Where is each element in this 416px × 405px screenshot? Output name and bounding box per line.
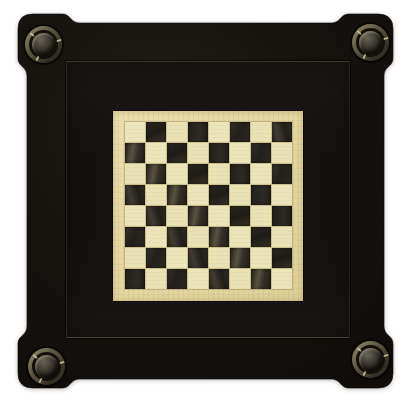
cup-dome xyxy=(359,31,382,54)
board-square[interactable] xyxy=(125,269,145,289)
board-square[interactable] xyxy=(188,122,208,142)
board-square[interactable] xyxy=(251,206,271,226)
board-square[interactable] xyxy=(209,185,229,205)
board-square[interactable] xyxy=(125,206,145,226)
board-square[interactable] xyxy=(167,143,187,163)
board-square[interactable] xyxy=(167,227,187,247)
board-square[interactable] xyxy=(230,122,250,142)
board-square[interactable] xyxy=(125,143,145,163)
board-square[interactable] xyxy=(272,164,292,184)
cup-holder-bottom-right xyxy=(352,341,389,378)
board-square[interactable] xyxy=(146,122,166,142)
board-square[interactable] xyxy=(188,143,208,163)
board-square[interactable] xyxy=(188,185,208,205)
board-square[interactable] xyxy=(167,185,187,205)
board-square[interactable] xyxy=(188,164,208,184)
cup-holder-top-right xyxy=(352,24,389,61)
board-square[interactable] xyxy=(125,248,145,268)
board-square[interactable] xyxy=(167,122,187,142)
chessboard-inlay xyxy=(113,111,303,301)
board-square[interactable] xyxy=(146,185,166,205)
board-square[interactable] xyxy=(272,143,292,163)
board-square[interactable] xyxy=(146,248,166,268)
board-square[interactable] xyxy=(188,206,208,226)
board-square[interactable] xyxy=(230,143,250,163)
cup-holder-top-left xyxy=(25,26,62,63)
board-square[interactable] xyxy=(251,164,271,184)
board-square[interactable] xyxy=(146,206,166,226)
board-square[interactable] xyxy=(230,206,250,226)
board-square[interactable] xyxy=(125,164,145,184)
board-square[interactable] xyxy=(188,269,208,289)
board-square[interactable] xyxy=(272,185,292,205)
board-square[interactable] xyxy=(209,269,229,289)
board-square[interactable] xyxy=(209,143,229,163)
board-square[interactable] xyxy=(125,185,145,205)
board-square[interactable] xyxy=(146,227,166,247)
board-square[interactable] xyxy=(209,248,229,268)
board-square[interactable] xyxy=(167,248,187,268)
board-square[interactable] xyxy=(188,227,208,247)
board-square[interactable] xyxy=(167,206,187,226)
cup-tick-mark xyxy=(383,354,388,357)
board-square[interactable] xyxy=(230,227,250,247)
board-square[interactable] xyxy=(230,185,250,205)
game-table-photo xyxy=(0,0,416,405)
board-square[interactable] xyxy=(209,164,229,184)
board-square[interactable] xyxy=(251,185,271,205)
board-square[interactable] xyxy=(209,206,229,226)
cup-dome xyxy=(35,355,58,378)
board-square[interactable] xyxy=(146,164,166,184)
board-square[interactable] xyxy=(251,269,271,289)
board-square[interactable] xyxy=(125,227,145,247)
board-square[interactable] xyxy=(272,269,292,289)
board-square[interactable] xyxy=(230,248,250,268)
board-square[interactable] xyxy=(146,143,166,163)
cup-dome xyxy=(32,33,55,56)
board-square[interactable] xyxy=(251,122,271,142)
board-square[interactable] xyxy=(209,227,229,247)
cup-dome xyxy=(359,348,382,371)
board-square[interactable] xyxy=(272,248,292,268)
cup-holder-bottom-left xyxy=(28,348,65,385)
board-square[interactable] xyxy=(125,122,145,142)
cup-tick-mark xyxy=(59,361,64,364)
board-square[interactable] xyxy=(251,227,271,247)
board-square[interactable] xyxy=(272,206,292,226)
board-square[interactable] xyxy=(167,164,187,184)
board-square[interactable] xyxy=(146,269,166,289)
board-square[interactable] xyxy=(251,248,271,268)
board-square[interactable] xyxy=(188,248,208,268)
board-square[interactable] xyxy=(251,143,271,163)
chessboard-grid xyxy=(125,122,292,289)
board-square[interactable] xyxy=(230,164,250,184)
cup-tick-mark xyxy=(383,37,388,40)
board-square[interactable] xyxy=(167,269,187,289)
board-square[interactable] xyxy=(209,122,229,142)
board-square[interactable] xyxy=(272,227,292,247)
cup-tick-mark xyxy=(56,39,61,42)
board-square[interactable] xyxy=(272,122,292,142)
board-square[interactable] xyxy=(230,269,250,289)
